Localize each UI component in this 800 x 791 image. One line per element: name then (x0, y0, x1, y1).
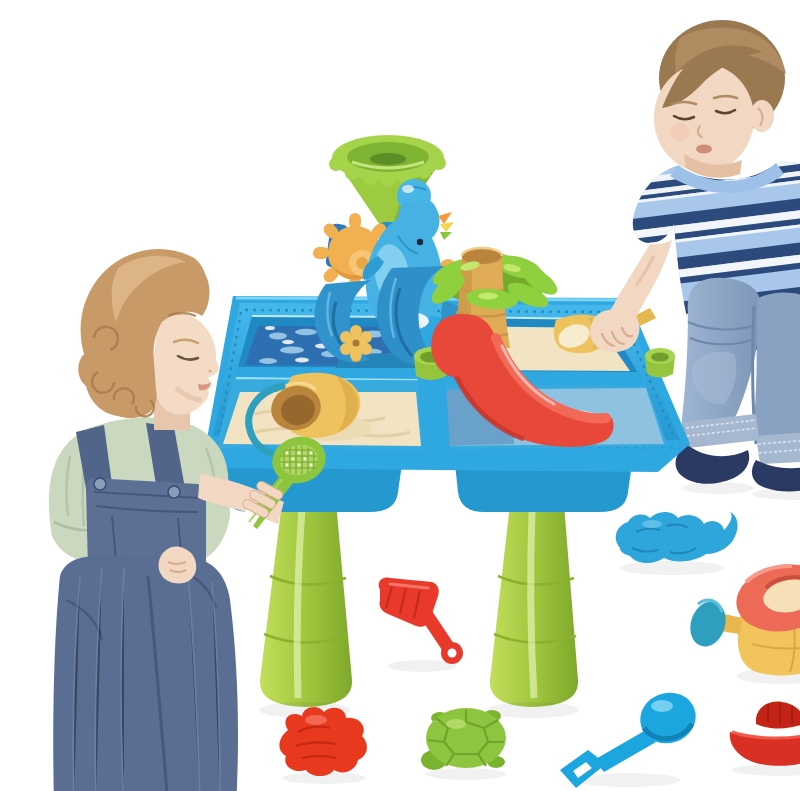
red-shovel (379, 578, 463, 664)
table-leg-left (260, 502, 352, 707)
table-leg-right-highlight (531, 510, 534, 698)
turtle-mold (421, 708, 506, 770)
dolphin-ball-highlight (402, 185, 414, 193)
right-child-mouth (696, 145, 712, 154)
right-child-sock-right (752, 460, 800, 491)
crocodile-highlight (642, 520, 662, 528)
left-child-button-left (94, 478, 106, 490)
can-sprinkler (685, 597, 732, 651)
crab-mold (279, 707, 367, 776)
spade-highlight (651, 700, 673, 712)
blue-spade (560, 686, 702, 788)
crab-highlight (305, 715, 327, 725)
green-cup-right (645, 348, 675, 378)
shovel-ring-hole (448, 649, 457, 658)
right-child-sock-left (676, 444, 750, 484)
scene-canvas (40, 16, 800, 791)
left-child-face (154, 313, 219, 414)
turtle-highlight (446, 719, 466, 729)
dolphin-eye (417, 239, 423, 245)
product-photo: Product photo: two toddlers playing with… (40, 16, 800, 791)
watering-can (685, 557, 800, 675)
boat-cabin (756, 702, 800, 729)
left-child-nostril (208, 369, 211, 372)
right-child-cheek (671, 123, 689, 141)
boat (730, 702, 800, 766)
right-child-arm (590, 240, 672, 352)
crocodile-body (616, 512, 738, 563)
left-child-overalls-pants (53, 556, 238, 791)
left-child-button-right (168, 486, 180, 498)
crocodile-mold (616, 512, 738, 563)
funnel-hole (370, 153, 406, 165)
dolphin-rainbow-crest (438, 212, 454, 240)
